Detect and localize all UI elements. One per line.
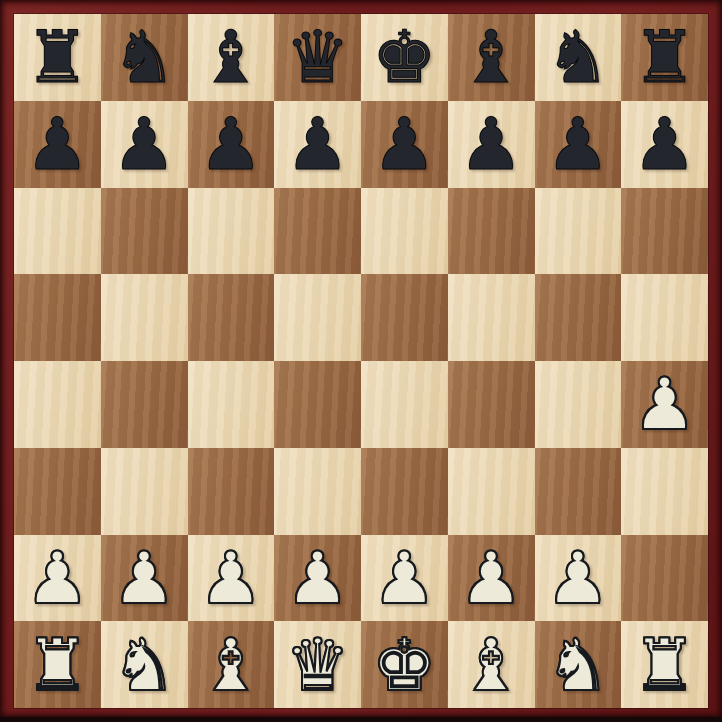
square-e4[interactable] [361,361,448,448]
square-d7[interactable]: ♟ [274,101,361,188]
piece-white-rook[interactable]: ♜ [632,622,697,708]
piece-black-rook[interactable]: ♜ [25,14,90,100]
square-g4[interactable] [535,361,622,448]
piece-black-pawn[interactable]: ♟ [372,101,437,187]
piece-black-queen[interactable]: ♛ [285,14,350,100]
piece-white-queen[interactable]: ♛ [285,622,350,708]
square-c2[interactable]: ♟ [188,535,275,622]
chess-board: ♜♞♝♛♚♝♞♜♟♟♟♟♟♟♟♟♟♟♟♟♟♟♟♟♜♞♝♛♚♝♞♜ [14,14,708,708]
piece-white-knight[interactable]: ♞ [112,622,177,708]
piece-white-bishop[interactable]: ♝ [459,622,524,708]
square-e8[interactable]: ♚ [361,14,448,101]
square-a6[interactable] [14,188,101,275]
piece-black-pawn[interactable]: ♟ [112,101,177,187]
piece-white-rook[interactable]: ♜ [25,622,90,708]
square-d1[interactable]: ♛ [274,621,361,708]
piece-white-knight[interactable]: ♞ [546,622,611,708]
square-h1[interactable]: ♜ [621,621,708,708]
square-h8[interactable]: ♜ [621,14,708,101]
square-b3[interactable] [101,448,188,535]
square-b4[interactable] [101,361,188,448]
square-a4[interactable] [14,361,101,448]
square-e1[interactable]: ♚ [361,621,448,708]
piece-black-king[interactable]: ♚ [372,14,437,100]
square-g6[interactable] [535,188,622,275]
square-c6[interactable] [188,188,275,275]
board-frame: ♜♞♝♛♚♝♞♜♟♟♟♟♟♟♟♟♟♟♟♟♟♟♟♟♜♞♝♛♚♝♞♜ [0,0,722,722]
square-f6[interactable] [448,188,535,275]
square-b6[interactable] [101,188,188,275]
piece-black-bishop[interactable]: ♝ [199,14,264,100]
piece-black-pawn[interactable]: ♟ [199,101,264,187]
square-g3[interactable] [535,448,622,535]
piece-black-rook[interactable]: ♜ [632,14,697,100]
piece-white-pawn[interactable]: ♟ [25,535,90,621]
piece-white-pawn[interactable]: ♟ [632,361,697,447]
square-d5[interactable] [274,274,361,361]
square-c7[interactable]: ♟ [188,101,275,188]
piece-white-pawn[interactable]: ♟ [112,535,177,621]
square-e3[interactable] [361,448,448,535]
square-g2[interactable]: ♟ [535,535,622,622]
square-g7[interactable]: ♟ [535,101,622,188]
piece-white-pawn[interactable]: ♟ [199,535,264,621]
square-d8[interactable]: ♛ [274,14,361,101]
square-f3[interactable] [448,448,535,535]
square-f1[interactable]: ♝ [448,621,535,708]
square-e5[interactable] [361,274,448,361]
piece-black-pawn[interactable]: ♟ [546,101,611,187]
square-h5[interactable] [621,274,708,361]
square-c5[interactable] [188,274,275,361]
square-c3[interactable] [188,448,275,535]
square-g8[interactable]: ♞ [535,14,622,101]
square-b8[interactable]: ♞ [101,14,188,101]
square-h6[interactable] [621,188,708,275]
square-b5[interactable] [101,274,188,361]
piece-black-knight[interactable]: ♞ [546,14,611,100]
square-h7[interactable]: ♟ [621,101,708,188]
square-e6[interactable] [361,188,448,275]
square-a2[interactable]: ♟ [14,535,101,622]
square-a3[interactable] [14,448,101,535]
square-f5[interactable] [448,274,535,361]
piece-black-pawn[interactable]: ♟ [632,101,697,187]
piece-white-pawn[interactable]: ♟ [372,535,437,621]
square-e7[interactable]: ♟ [361,101,448,188]
square-d6[interactable] [274,188,361,275]
square-h2[interactable] [621,535,708,622]
square-c4[interactable] [188,361,275,448]
square-a1[interactable]: ♜ [14,621,101,708]
square-f2[interactable]: ♟ [448,535,535,622]
square-g1[interactable]: ♞ [535,621,622,708]
square-h4[interactable]: ♟ [621,361,708,448]
square-c1[interactable]: ♝ [188,621,275,708]
square-d3[interactable] [274,448,361,535]
piece-black-pawn[interactable]: ♟ [285,101,350,187]
square-h3[interactable] [621,448,708,535]
piece-black-bishop[interactable]: ♝ [459,14,524,100]
piece-white-king[interactable]: ♚ [372,622,437,708]
piece-white-pawn[interactable]: ♟ [546,535,611,621]
piece-black-pawn[interactable]: ♟ [25,101,90,187]
square-b7[interactable]: ♟ [101,101,188,188]
piece-black-pawn[interactable]: ♟ [459,101,524,187]
square-a8[interactable]: ♜ [14,14,101,101]
square-c8[interactable]: ♝ [188,14,275,101]
square-d2[interactable]: ♟ [274,535,361,622]
square-d4[interactable] [274,361,361,448]
square-f7[interactable]: ♟ [448,101,535,188]
square-f8[interactable]: ♝ [448,14,535,101]
square-g5[interactable] [535,274,622,361]
piece-white-pawn[interactable]: ♟ [459,535,524,621]
square-e2[interactable]: ♟ [361,535,448,622]
piece-white-pawn[interactable]: ♟ [285,535,350,621]
piece-black-knight[interactable]: ♞ [112,14,177,100]
piece-white-bishop[interactable]: ♝ [199,622,264,708]
square-b1[interactable]: ♞ [101,621,188,708]
square-f4[interactable] [448,361,535,448]
square-a7[interactable]: ♟ [14,101,101,188]
square-b2[interactable]: ♟ [101,535,188,622]
square-a5[interactable] [14,274,101,361]
